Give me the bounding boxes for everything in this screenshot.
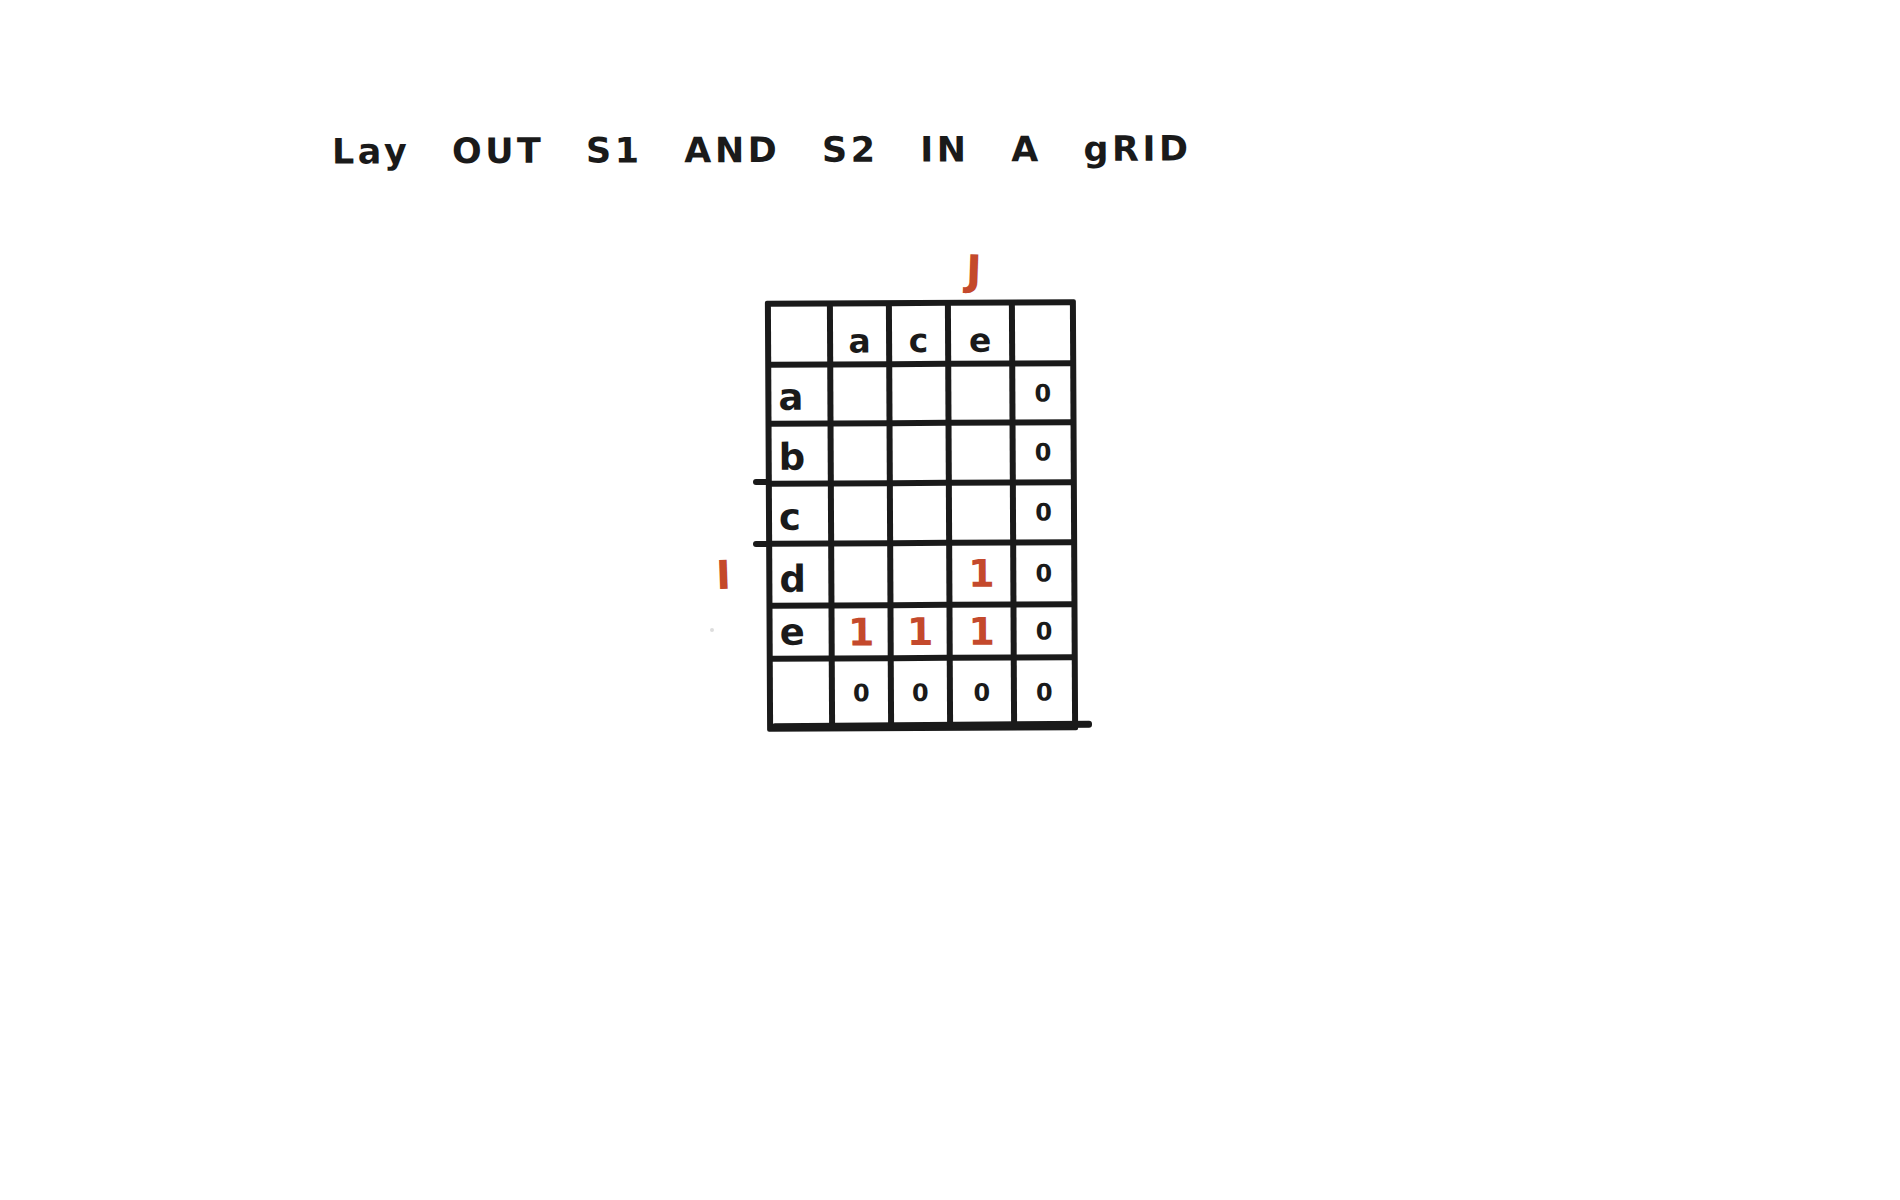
- grid-cell-r1c4: 0: [1015, 366, 1070, 419]
- grid-cell-r3c2: [893, 486, 946, 540]
- grid-cell-r5c1: 1: [834, 608, 887, 655]
- grid-cell-r6c0: [773, 661, 829, 725]
- grid-cell-r4c4: 0: [1016, 545, 1071, 601]
- grid-cell-r2c3: [952, 426, 1010, 480]
- grid-cell-r6c2: 0: [894, 661, 947, 725]
- grid-cell-r1c3: [951, 367, 1009, 420]
- stray-stroke-left-tick-2: [753, 541, 771, 547]
- grid-cell-r1c1: [833, 367, 886, 420]
- grid-cell-r3c3: [952, 486, 1010, 540]
- stray-stroke-left-tick-1: [753, 479, 771, 485]
- grid-cell-r2c4: 0: [1016, 425, 1071, 479]
- grid-cell-r2c2: [893, 426, 946, 480]
- grid-cell-r0c3: e: [951, 306, 1009, 361]
- grid-cell-r0c0: [771, 306, 827, 361]
- grid-cell-r6c3: 0: [953, 661, 1011, 725]
- grid-cell-r3c0: c: [772, 486, 828, 540]
- grid-cell-r2c1: [834, 426, 887, 480]
- page-title: Lay OUT S1 AND S2 IN A gRID: [332, 128, 1192, 171]
- col-axis-label-j: J: [965, 246, 982, 296]
- grid-cell-r4c0: d: [772, 546, 828, 602]
- grid-cell-r5c0: e: [772, 608, 828, 655]
- grid-cell-r1c2: [892, 367, 945, 420]
- grid-cell-r3c4: 0: [1016, 485, 1071, 539]
- grid-cell-r3c1: [834, 486, 887, 540]
- grid-cell-r4c2: [893, 546, 946, 602]
- grid-cell-r5c2: 1: [893, 608, 946, 655]
- grid-cell-r0c4: [1015, 305, 1070, 360]
- grid-cell-r0c2: c: [892, 306, 945, 361]
- row-axis-label-i: I: [715, 552, 731, 598]
- grid-cell-r5c3: 1: [952, 608, 1010, 655]
- grid-cell-r2c0: b: [772, 426, 828, 480]
- grid-cell-r0c1: a: [833, 306, 886, 361]
- grid-cell-r4c1: [834, 546, 887, 602]
- dp-grid: acea0b0c0d10e11100000: [765, 299, 1078, 732]
- grid-cell-r6c1: 0: [835, 661, 888, 725]
- grid-cell-r1c0: a: [771, 367, 827, 420]
- faint-speck: [710, 628, 714, 632]
- whiteboard-canvas: Lay OUT S1 AND S2 IN A gRID J I acea0b0c…: [0, 0, 1900, 1200]
- grid-cell-r5c4: 0: [1016, 607, 1071, 654]
- grid-cell-r4c3: 1: [952, 546, 1010, 602]
- grid-cell-r6c4: 0: [1017, 660, 1072, 724]
